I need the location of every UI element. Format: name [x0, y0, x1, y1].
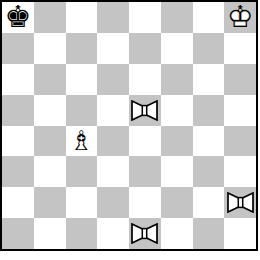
square-a1[interactable] [2, 218, 34, 249]
square-e4[interactable] [129, 126, 161, 157]
diagram-page: ♚♚♔♝♗ [0, 0, 260, 260]
square-b3[interactable] [34, 156, 66, 187]
square-e7[interactable] [129, 33, 161, 64]
square-e1[interactable] [129, 218, 161, 249]
square-c1[interactable] [66, 218, 98, 249]
square-e2[interactable] [129, 187, 161, 218]
square-c3[interactable] [66, 156, 98, 187]
square-h7[interactable] [224, 33, 256, 64]
square-d4[interactable] [97, 126, 129, 157]
piece-white-bishop[interactable]: ♝♗ [69, 127, 93, 154]
square-g8[interactable] [193, 2, 225, 33]
square-a8[interactable]: ♚ [2, 2, 34, 33]
square-b1[interactable] [34, 218, 66, 249]
square-h2[interactable] [224, 187, 256, 218]
square-f8[interactable] [161, 2, 193, 33]
square-g4[interactable] [193, 126, 225, 157]
square-h3[interactable] [224, 156, 256, 187]
square-f3[interactable] [161, 156, 193, 187]
square-d8[interactable] [97, 2, 129, 33]
square-a3[interactable] [2, 156, 34, 187]
square-g5[interactable] [193, 95, 225, 126]
piece-outline-glyph: ♔ [227, 2, 254, 32]
square-h5[interactable] [224, 95, 256, 126]
square-d1[interactable] [97, 218, 129, 249]
square-h1[interactable] [224, 218, 256, 249]
square-a4[interactable] [2, 126, 34, 157]
square-f7[interactable] [161, 33, 193, 64]
piece-white-fairy-bowtie[interactable] [131, 223, 158, 244]
bowtie-piece-icon [131, 223, 158, 244]
square-b2[interactable] [34, 187, 66, 218]
square-b7[interactable] [34, 33, 66, 64]
square-g7[interactable] [193, 33, 225, 64]
square-g3[interactable] [193, 156, 225, 187]
square-b5[interactable] [34, 95, 66, 126]
square-a2[interactable] [2, 187, 34, 218]
square-c6[interactable] [66, 64, 98, 95]
square-d6[interactable] [97, 64, 129, 95]
piece-black-king[interactable]: ♚ [4, 2, 31, 32]
square-g1[interactable] [193, 218, 225, 249]
square-h4[interactable] [224, 126, 256, 157]
piece-white-king[interactable]: ♚♔ [227, 2, 254, 32]
square-f5[interactable] [161, 95, 193, 126]
chess-board: ♚♚♔♝♗ [0, 0, 258, 251]
piece-white-fairy-bowtie[interactable] [131, 100, 158, 121]
square-c7[interactable] [66, 33, 98, 64]
square-e8[interactable] [129, 2, 161, 33]
square-h6[interactable] [224, 64, 256, 95]
square-a6[interactable] [2, 64, 34, 95]
square-d5[interactable] [97, 95, 129, 126]
square-c4[interactable]: ♝♗ [66, 126, 98, 157]
square-f2[interactable] [161, 187, 193, 218]
square-e6[interactable] [129, 64, 161, 95]
square-e3[interactable] [129, 156, 161, 187]
bowtie-piece-icon [227, 192, 254, 213]
square-d2[interactable] [97, 187, 129, 218]
square-c8[interactable] [66, 2, 98, 33]
square-c5[interactable] [66, 95, 98, 126]
piece-outline-glyph: ♗ [69, 127, 93, 154]
piece-white-fairy-bowtie[interactable] [227, 192, 254, 213]
square-g2[interactable] [193, 187, 225, 218]
square-f1[interactable] [161, 218, 193, 249]
square-a5[interactable] [2, 95, 34, 126]
square-d3[interactable] [97, 156, 129, 187]
bowtie-piece-icon [131, 100, 158, 121]
square-a7[interactable] [2, 33, 34, 64]
square-g6[interactable] [193, 64, 225, 95]
square-d7[interactable] [97, 33, 129, 64]
square-e5[interactable] [129, 95, 161, 126]
square-c2[interactable] [66, 187, 98, 218]
square-h8[interactable]: ♚♔ [224, 2, 256, 33]
square-f4[interactable] [161, 126, 193, 157]
square-b6[interactable] [34, 64, 66, 95]
piece-glyph: ♚ [4, 2, 31, 32]
square-f6[interactable] [161, 64, 193, 95]
square-b8[interactable] [34, 2, 66, 33]
square-b4[interactable] [34, 126, 66, 157]
